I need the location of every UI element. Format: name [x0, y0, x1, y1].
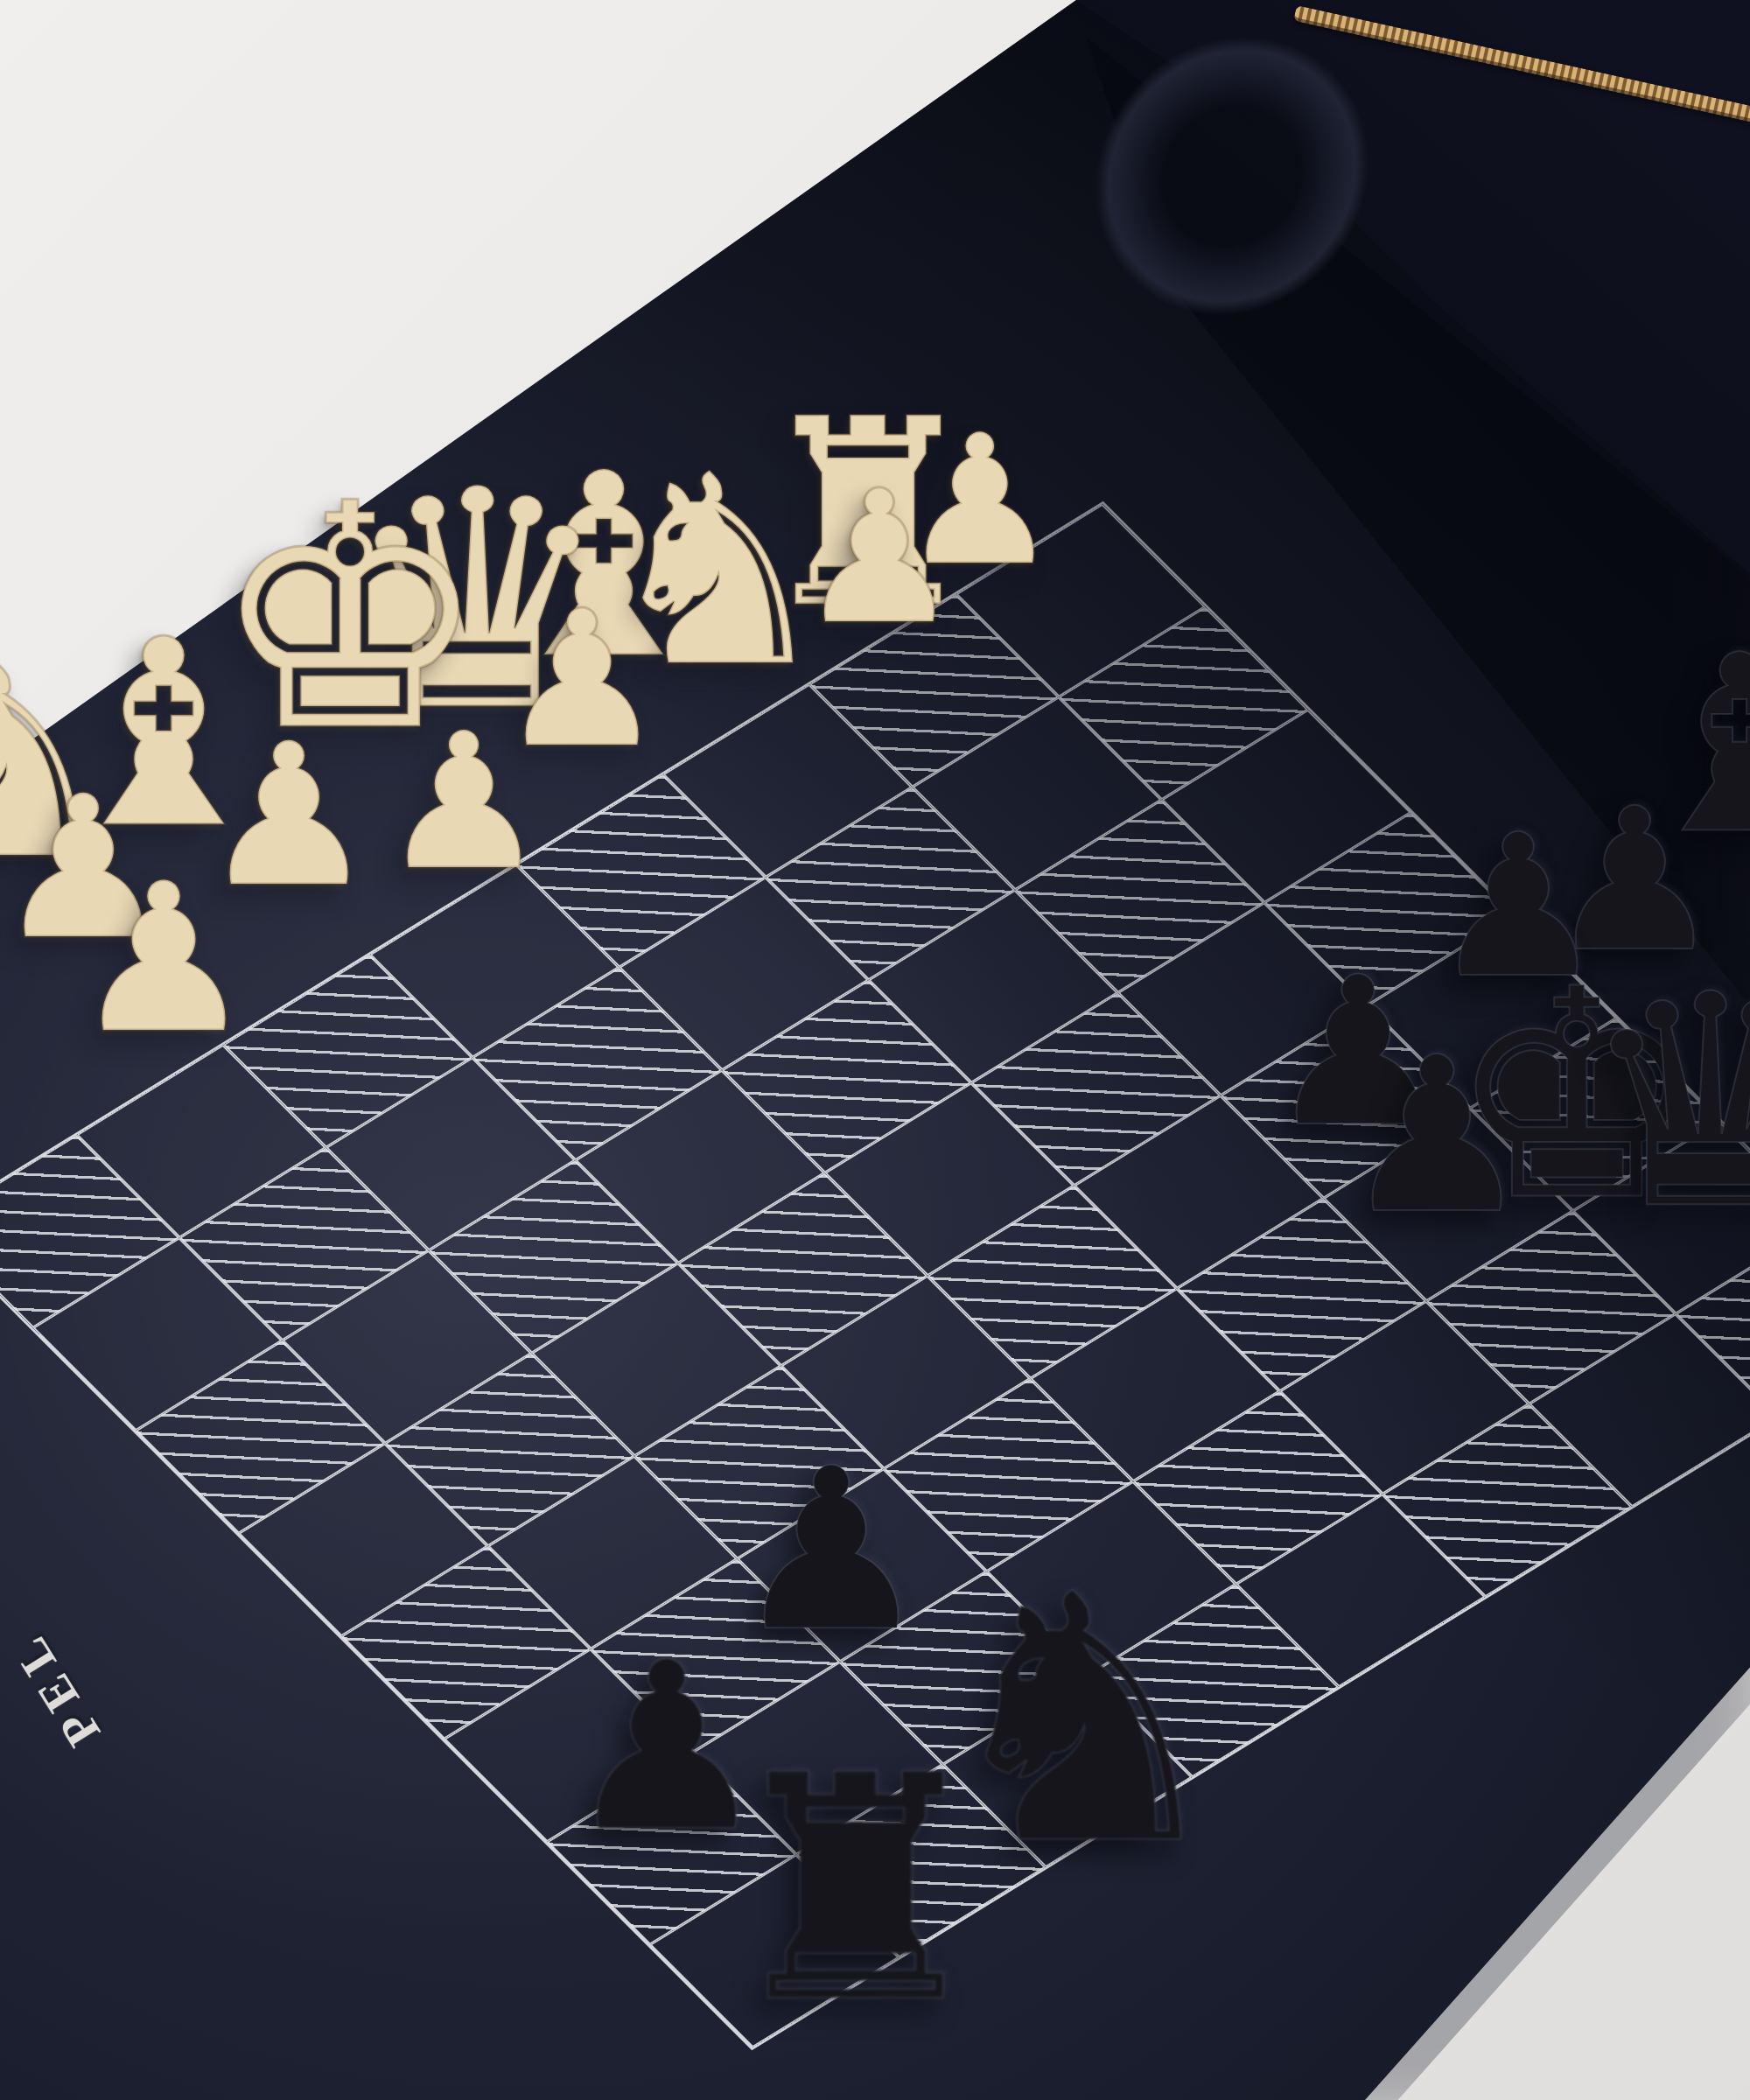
piece-black-pawn[interactable]: ♟ [1340, 1029, 1533, 1243]
piece-black-rook[interactable]: ♜ [717, 1735, 995, 2046]
piece-white-pawn[interactable]: ♟ [380, 708, 549, 896]
piece-white-pawn[interactable]: ♟ [72, 856, 256, 1061]
pieces-layer: ♜♟♟♝♞♛♚♟♝♝♞♟♟♟♟♟♟♟♚♛♟♟♟♞♜ [0, 0, 1750, 2100]
piece-black-queen[interactable]: ♛ [1578, 956, 1750, 1249]
product-photo-stage: PEL ♜♟♟♝♞♛♚♟♝♝♞♟♟♟♟♟♟♟♚♛♟♟♟♞♜ [0, 0, 1750, 2100]
